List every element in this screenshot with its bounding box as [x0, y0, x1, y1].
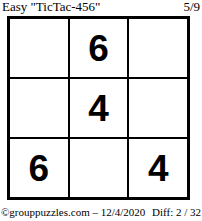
cell-r3c2[interactable] — [70, 139, 128, 197]
cell-r1c1[interactable] — [10, 19, 68, 77]
puzzle-page: Easy "TicTac-456" 5/9 6 4 6 4 ©grouppuzz… — [0, 0, 202, 221]
cell-r3c3: 4 — [129, 139, 187, 197]
cell-r2c3[interactable] — [129, 79, 187, 137]
cell-r2c1[interactable] — [10, 79, 68, 137]
cell-r1c2: 6 — [70, 19, 128, 77]
header: Easy "TicTac-456" 5/9 — [2, 0, 200, 15]
page-counter: 5/9 — [183, 0, 200, 14]
copyright-date: ©grouppuzzles.com – 12/4/2020 — [1, 206, 145, 219]
difficulty-label: Diff: 2 / 32 — [152, 206, 201, 219]
puzzle-title: Easy "TicTac-456" — [2, 0, 100, 14]
cell-r1c3[interactable] — [129, 19, 187, 77]
tictac-grid: 6 4 6 4 — [7, 16, 190, 200]
cell-r2c2: 4 — [70, 79, 128, 137]
footer: ©grouppuzzles.com – 12/4/2020 Diff: 2 / … — [1, 206, 201, 219]
cell-r3c1: 6 — [10, 139, 68, 197]
